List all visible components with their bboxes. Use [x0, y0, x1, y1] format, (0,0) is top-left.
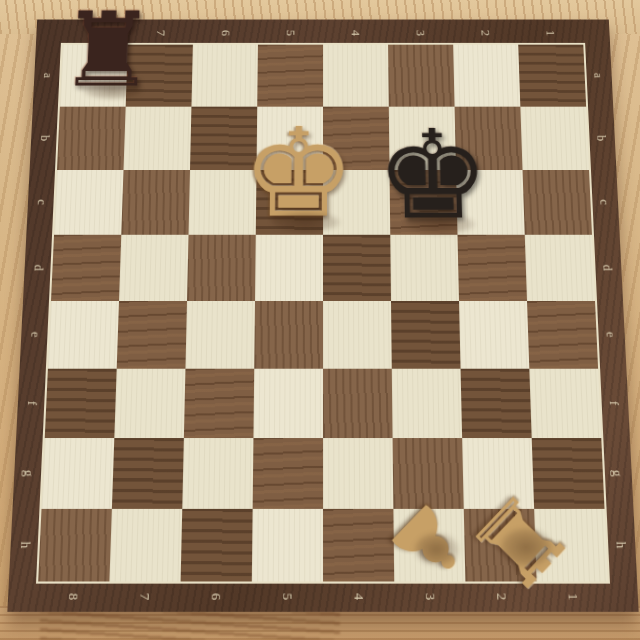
piece-shadow [270, 212, 341, 233]
piece-shadow [499, 527, 554, 567]
chess-board: 87654321 87654321 abcdefgh abcdefgh ♜♚♚♟… [7, 20, 638, 612]
pieces-layer: ♜♚♚♟♜ [38, 45, 608, 582]
playing-area: ♜♚♚♟♜ [36, 43, 610, 584]
scene: { "game": "chess", "position": { "board_… [0, 0, 640, 640]
piece-shadow [405, 214, 476, 235]
piece-shadow [413, 532, 459, 566]
